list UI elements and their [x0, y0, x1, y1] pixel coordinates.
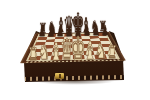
piece-white-rook[interactable]: ♜ [107, 44, 117, 61]
piece-white-knight[interactable]: ♞ [95, 42, 106, 62]
pieces-layer: ♜♞♝♛♚♝♞♜♟♟♟♟♟♟♟♟♟♟♟♟♟♟♟♟♜♞♝♛♚♝♞♜ [0, 0, 150, 100]
piece-white-knight[interactable]: ♞ [39, 43, 50, 63]
scene: ♜♞♝♛♚♝♞♜♟♟♟♟♟♟♟♟♟♟♟♟♟♟♟♟♜♞♝♛♚♝♞♜ [0, 0, 150, 100]
piece-white-bishop[interactable]: ♝ [83, 38, 95, 62]
piece-black-pawn[interactable]: ♟ [101, 24, 109, 38]
chess-set: ♜♞♝♛♚♝♞♜♟♟♟♟♟♟♟♟♟♟♟♟♟♟♟♟♜♞♝♛♚♝♞♜ [0, 0, 150, 100]
piece-white-rook[interactable]: ♜ [28, 46, 38, 63]
piece-black-pawn[interactable]: ♟ [38, 26, 46, 40]
